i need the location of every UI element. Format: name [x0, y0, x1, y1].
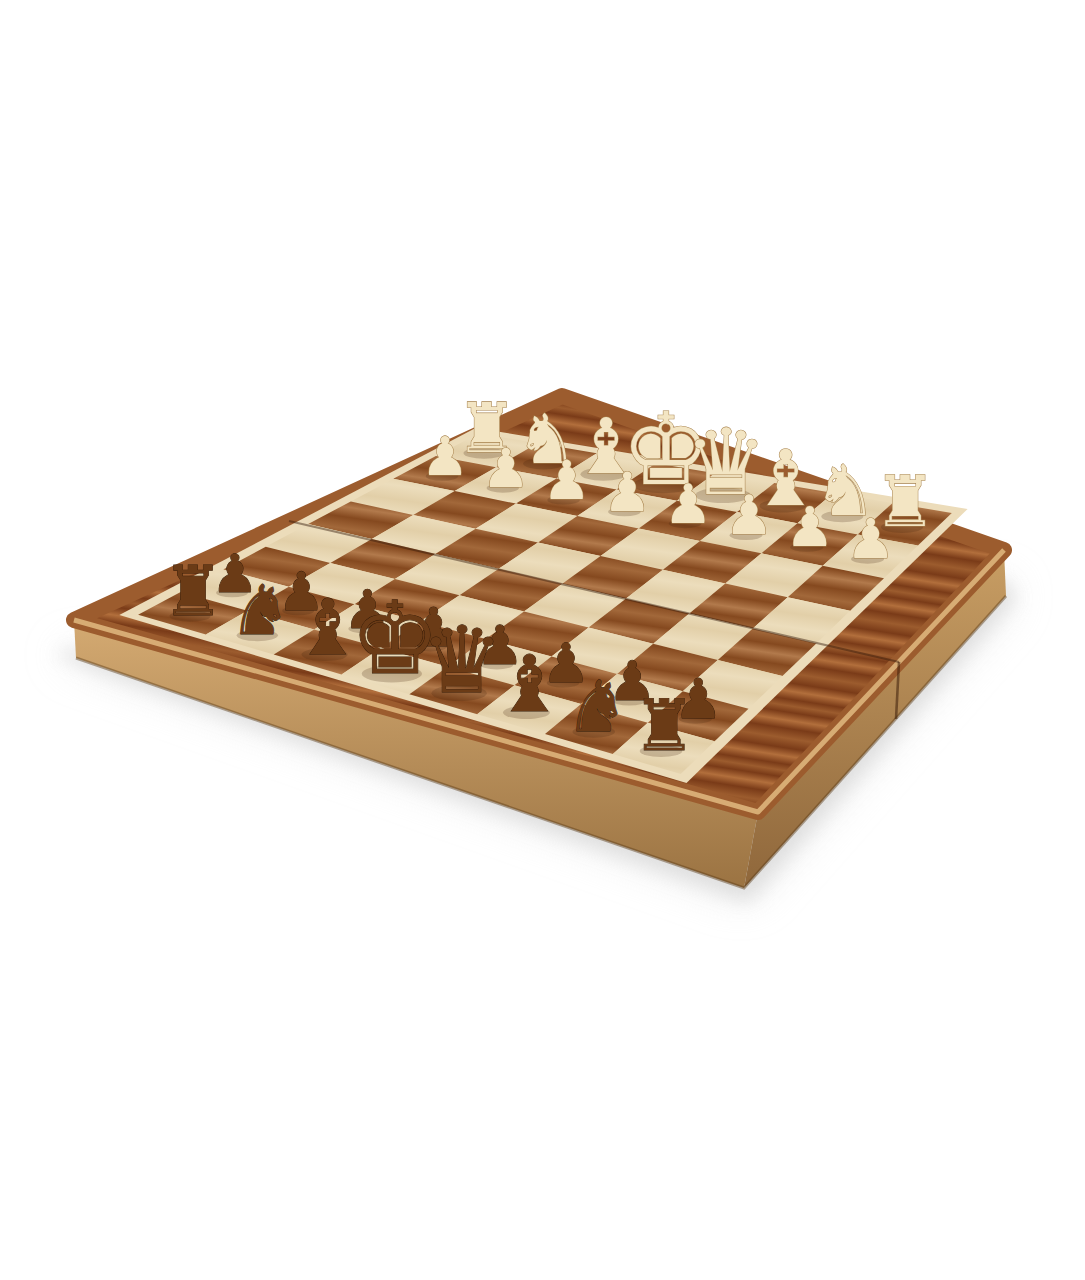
- piece-white-p-b2: ♟: [785, 495, 834, 559]
- piece-black-b-c8: ♝: [494, 639, 564, 729]
- piece-black-r-a8: ♜: [632, 684, 696, 767]
- piece-white-p-e2: ♟: [603, 461, 652, 524]
- piece-black-n-b8: ♞: [565, 665, 628, 748]
- piece-white-p-h2: ♟: [421, 425, 469, 488]
- piece-black-r-h8: ♜: [162, 552, 223, 631]
- piece-black-n-g8: ♞: [229, 570, 291, 650]
- piece-white-p-d2: ♟: [664, 473, 713, 536]
- chess-set-product-photo: ♜♞♝♟♚♟♛♟♝♟♞♟♜♟♟♟♟♟♜♟♞♟♝♟♚♟♛♟♝♟♞♜: [0, 0, 1085, 1280]
- piece-black-q-d8: ♛: [421, 606, 504, 714]
- piece-white-p-g2: ♟: [482, 437, 530, 500]
- piece-white-p-f2: ♟: [542, 449, 590, 512]
- piece-white-p-a2: ♟: [846, 507, 895, 571]
- chess-board-scene: ♜♞♝♟♚♟♛♟♝♟♞♟♜♟♟♟♟♟♜♟♞♟♝♟♚♟♛♟♝♟♞♜: [0, 0, 1085, 1280]
- piece-white-p-c2: ♟: [725, 483, 774, 547]
